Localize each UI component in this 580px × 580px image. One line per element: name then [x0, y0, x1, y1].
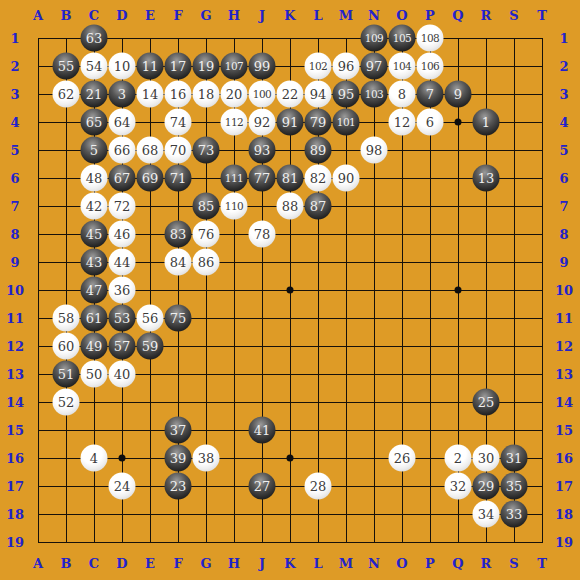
move-number: 50	[86, 368, 103, 381]
stone-white: 24	[109, 473, 136, 500]
stone-white: 12	[389, 109, 416, 136]
move-number: 12	[394, 116, 411, 129]
move-number: 96	[338, 60, 355, 73]
move-number: 47	[86, 284, 103, 297]
stone-white: 44	[109, 249, 136, 276]
stone-black: 5	[81, 137, 108, 164]
column-label-bottom: T	[537, 557, 547, 570]
row-label-left: 15	[6, 424, 24, 437]
move-number: 39	[170, 452, 187, 465]
stone-white: 50	[81, 361, 108, 388]
stone-white: 40	[109, 361, 136, 388]
move-number: 98	[366, 144, 383, 157]
move-number: 56	[142, 312, 159, 325]
move-number: 53	[114, 312, 131, 325]
stone-white: 90	[333, 165, 360, 192]
stone-black: 95	[333, 81, 360, 108]
move-number: 64	[114, 116, 131, 129]
move-number: 71	[170, 172, 187, 185]
row-label-right: 7	[559, 200, 568, 213]
row-label-right: 2	[559, 60, 568, 73]
move-number: 20	[226, 88, 243, 101]
row-label-right: 15	[555, 424, 573, 437]
stone-white: 84	[165, 249, 192, 276]
stone-black: 45	[81, 221, 108, 248]
move-number: 22	[282, 88, 299, 101]
row-label-left: 18	[6, 508, 24, 521]
stone-black: 111	[221, 165, 248, 192]
stone-black: 97	[361, 53, 388, 80]
stone-white: 18	[193, 81, 220, 108]
column-label-bottom: C	[89, 557, 99, 570]
stone-white: 74	[165, 109, 192, 136]
move-number: 85	[198, 200, 215, 213]
stone-black: 77	[249, 165, 276, 192]
stone-black: 39	[165, 445, 192, 472]
stone-white: 52	[53, 389, 80, 416]
stone-white: 60	[53, 333, 80, 360]
stone-white: 30	[473, 445, 500, 472]
column-label-top: K	[284, 9, 295, 22]
stone-black: 27	[249, 473, 276, 500]
column-label-bottom: J	[259, 557, 265, 570]
move-number: 44	[114, 256, 131, 269]
move-number: 79	[310, 116, 327, 129]
star-point	[287, 455, 294, 462]
stone-black: 53	[109, 305, 136, 332]
row-label-left: 6	[10, 172, 19, 185]
column-label-top: R	[481, 9, 492, 22]
row-label-left: 13	[6, 368, 24, 381]
move-number: 102	[309, 61, 328, 72]
move-number: 52	[58, 396, 75, 409]
move-number: 57	[114, 340, 131, 353]
stone-black: 89	[305, 137, 332, 164]
stone-white: 106	[417, 53, 444, 80]
move-number: 36	[114, 284, 131, 297]
move-number: 19	[198, 60, 215, 73]
stone-white: 42	[81, 193, 108, 220]
move-number: 77	[254, 172, 271, 185]
column-label-bottom: A	[33, 557, 43, 570]
stone-black: 109	[361, 25, 388, 52]
move-number: 100	[253, 89, 272, 100]
move-number: 13	[478, 172, 495, 185]
column-label-bottom: M	[339, 557, 353, 570]
move-number: 18	[198, 88, 215, 101]
move-number: 32	[450, 480, 467, 493]
column-label-top: M	[339, 9, 353, 22]
row-label-right: 18	[555, 508, 573, 521]
row-label-right: 17	[555, 480, 573, 493]
move-number: 112	[225, 117, 244, 128]
move-number: 60	[58, 340, 75, 353]
move-number: 34	[478, 508, 495, 521]
move-number: 73	[198, 144, 215, 157]
stone-black: 99	[249, 53, 276, 80]
stone-white: 34	[473, 501, 500, 528]
column-label-top: T	[537, 9, 547, 22]
move-number: 67	[114, 172, 131, 185]
stone-white: 96	[333, 53, 360, 80]
stone-white: 110	[221, 193, 248, 220]
move-number: 26	[394, 452, 411, 465]
row-label-right: 16	[555, 452, 573, 465]
stone-black: 83	[165, 221, 192, 248]
column-label-bottom: E	[145, 557, 155, 570]
column-label-top: N	[368, 9, 380, 22]
stone-black: 37	[165, 417, 192, 444]
move-number: 95	[338, 88, 355, 101]
move-number: 107	[225, 61, 244, 72]
stone-white: 6	[417, 109, 444, 136]
column-label-bottom: P	[425, 557, 435, 570]
row-label-left: 3	[10, 88, 19, 101]
row-label-right: 6	[559, 172, 568, 185]
move-number: 68	[142, 144, 159, 157]
stone-black: 73	[193, 137, 220, 164]
column-label-top: S	[509, 9, 518, 22]
move-number: 61	[86, 312, 103, 325]
stone-white: 108	[417, 25, 444, 52]
move-number: 55	[58, 60, 75, 73]
stone-white: 66	[109, 137, 136, 164]
stone-black: 103	[361, 81, 388, 108]
move-number: 49	[86, 340, 103, 353]
move-number: 75	[170, 312, 187, 325]
stone-white: 22	[277, 81, 304, 108]
column-label-top: B	[61, 9, 72, 22]
column-label-bottom: G	[200, 557, 211, 570]
stone-black: 13	[473, 165, 500, 192]
move-number: 9	[454, 88, 462, 101]
stone-white: 36	[109, 277, 136, 304]
stone-white: 48	[81, 165, 108, 192]
stone-white: 68	[137, 137, 164, 164]
stone-black: 61	[81, 305, 108, 332]
stone-white: 8	[389, 81, 416, 108]
row-label-right: 11	[555, 312, 573, 325]
move-number: 28	[310, 480, 327, 493]
move-number: 38	[198, 452, 215, 465]
column-label-top: J	[259, 9, 265, 22]
move-number: 97	[366, 60, 383, 73]
move-number: 104	[393, 61, 412, 72]
move-number: 5	[90, 144, 98, 157]
row-label-left: 14	[6, 396, 24, 409]
column-label-top: G	[200, 9, 211, 22]
move-number: 109	[365, 33, 384, 44]
row-label-right: 10	[555, 284, 573, 297]
stone-black: 33	[501, 501, 528, 528]
stone-white: 2	[445, 445, 472, 472]
star-point	[287, 287, 294, 294]
move-number: 69	[142, 172, 159, 185]
column-label-top: O	[396, 9, 407, 22]
row-label-left: 4	[10, 116, 19, 129]
move-number: 63	[86, 32, 103, 45]
stone-white: 78	[249, 221, 276, 248]
stone-black: 29	[473, 473, 500, 500]
stone-black: 43	[81, 249, 108, 276]
column-label-bottom: R	[481, 557, 492, 570]
stone-white: 72	[109, 193, 136, 220]
move-number: 91	[282, 116, 299, 129]
stone-white: 10	[109, 53, 136, 80]
row-label-right: 3	[559, 88, 568, 101]
column-label-bottom: L	[313, 557, 322, 570]
column-label-bottom: B	[61, 557, 72, 570]
row-label-left: 9	[10, 256, 19, 269]
stone-white: 100	[249, 81, 276, 108]
move-number: 8	[398, 88, 406, 101]
stone-white: 46	[109, 221, 136, 248]
move-number: 11	[142, 60, 159, 73]
move-number: 111	[225, 173, 244, 184]
move-number: 78	[254, 228, 271, 241]
move-number: 58	[58, 312, 75, 325]
move-number: 27	[254, 480, 271, 493]
column-label-top: P	[425, 9, 435, 22]
move-number: 4	[90, 452, 98, 465]
stone-white: 14	[137, 81, 164, 108]
column-label-bottom: N	[368, 557, 380, 570]
move-number: 81	[282, 172, 299, 185]
row-label-left: 19	[6, 536, 24, 549]
stone-black: 101	[333, 109, 360, 136]
row-label-left: 16	[6, 452, 24, 465]
stone-white: 98	[361, 137, 388, 164]
stone-black: 47	[81, 277, 108, 304]
column-label-bottom: S	[509, 557, 518, 570]
stone-black: 93	[249, 137, 276, 164]
move-number: 6	[426, 116, 434, 129]
column-label-top: H	[228, 9, 240, 22]
stone-white: 26	[389, 445, 416, 472]
stone-black: 7	[417, 81, 444, 108]
stone-white: 86	[193, 249, 220, 276]
column-label-top: F	[173, 9, 182, 22]
stone-black: 11	[137, 53, 164, 80]
move-number: 10	[114, 60, 131, 73]
move-number: 51	[58, 368, 75, 381]
stone-white: 64	[109, 109, 136, 136]
move-number: 43	[86, 256, 103, 269]
stone-black: 21	[81, 81, 108, 108]
row-label-right: 9	[559, 256, 568, 269]
move-number: 23	[170, 480, 187, 493]
stone-black: 105	[389, 25, 416, 52]
row-label-left: 12	[6, 340, 24, 353]
stone-white: 20	[221, 81, 248, 108]
move-number: 88	[282, 200, 299, 213]
stone-black: 81	[277, 165, 304, 192]
move-number: 84	[170, 256, 187, 269]
move-number: 90	[338, 172, 355, 185]
move-number: 101	[337, 117, 356, 128]
stone-black: 85	[193, 193, 220, 220]
row-label-left: 7	[10, 200, 19, 213]
stone-white: 112	[221, 109, 248, 136]
stone-white: 104	[389, 53, 416, 80]
stone-white: 76	[193, 221, 220, 248]
stone-black: 35	[501, 473, 528, 500]
move-number: 74	[170, 116, 187, 129]
move-number: 76	[198, 228, 215, 241]
column-label-bottom: D	[116, 557, 127, 570]
stone-white: 94	[305, 81, 332, 108]
move-number: 1	[482, 116, 490, 129]
move-number: 62	[58, 88, 75, 101]
move-number: 31	[506, 452, 523, 465]
stone-black: 79	[305, 109, 332, 136]
move-number: 89	[310, 144, 327, 157]
move-number: 103	[365, 89, 384, 100]
row-label-right: 8	[559, 228, 568, 241]
stone-black: 87	[305, 193, 332, 220]
move-number: 14	[142, 88, 159, 101]
move-number: 48	[86, 172, 103, 185]
move-number: 33	[506, 508, 523, 521]
stone-white: 28	[305, 473, 332, 500]
row-label-left: 17	[6, 480, 24, 493]
column-label-top: C	[89, 9, 99, 22]
stone-white: 54	[81, 53, 108, 80]
column-label-top: E	[145, 9, 155, 22]
row-label-right: 4	[559, 116, 568, 129]
stone-white: 56	[137, 305, 164, 332]
stone-white: 32	[445, 473, 472, 500]
move-number: 94	[310, 88, 327, 101]
column-label-top: L	[313, 9, 322, 22]
stone-white: 88	[277, 193, 304, 220]
star-point	[455, 287, 462, 294]
move-number: 35	[506, 480, 523, 493]
stone-black: 67	[109, 165, 136, 192]
move-number: 66	[114, 144, 131, 157]
stone-black: 75	[165, 305, 192, 332]
stone-black: 51	[53, 361, 80, 388]
column-label-bottom: O	[396, 557, 407, 570]
move-number: 25	[478, 396, 495, 409]
star-point	[455, 119, 462, 126]
move-number: 59	[142, 340, 159, 353]
row-label-left: 2	[10, 60, 19, 73]
move-number: 7	[426, 88, 434, 101]
move-number: 37	[170, 424, 187, 437]
move-number: 87	[310, 200, 327, 213]
stone-black: 49	[81, 333, 108, 360]
stone-black: 31	[501, 445, 528, 472]
row-label-left: 11	[6, 312, 24, 325]
row-label-right: 1	[559, 32, 568, 45]
row-label-right: 12	[555, 340, 573, 353]
stone-black: 69	[137, 165, 164, 192]
move-number: 16	[170, 88, 187, 101]
move-number: 105	[393, 33, 412, 44]
column-label-top: A	[33, 9, 43, 22]
move-number: 41	[254, 424, 271, 437]
move-number: 70	[170, 144, 187, 157]
column-label-bottom: F	[173, 557, 182, 570]
stone-black: 59	[137, 333, 164, 360]
stone-white: 82	[305, 165, 332, 192]
move-number: 106	[421, 61, 440, 72]
stone-white: 92	[249, 109, 276, 136]
move-number: 40	[114, 368, 131, 381]
move-number: 65	[86, 116, 103, 129]
row-label-left: 5	[10, 144, 19, 157]
go-board[interactable]: AABBCCDDEEFFGGHHJJKKLLMMNNOOPPQQRRSSTT11…	[0, 0, 580, 580]
move-number: 46	[114, 228, 131, 241]
move-number: 110	[225, 201, 244, 212]
stone-black: 17	[165, 53, 192, 80]
move-number: 93	[254, 144, 271, 157]
stone-white: 62	[53, 81, 80, 108]
move-number: 99	[254, 60, 271, 73]
stone-black: 1	[473, 109, 500, 136]
move-number: 2	[454, 452, 462, 465]
star-point	[119, 455, 126, 462]
stone-white: 70	[165, 137, 192, 164]
move-number: 17	[170, 60, 187, 73]
stone-black: 3	[109, 81, 136, 108]
move-number: 82	[310, 172, 327, 185]
stone-black: 19	[193, 53, 220, 80]
stone-white: 4	[81, 445, 108, 472]
stone-black: 55	[53, 53, 80, 80]
stone-white: 58	[53, 305, 80, 332]
stone-white: 16	[165, 81, 192, 108]
stone-black: 71	[165, 165, 192, 192]
move-number: 83	[170, 228, 187, 241]
move-number: 30	[478, 452, 495, 465]
stone-white: 38	[193, 445, 220, 472]
stone-black: 91	[277, 109, 304, 136]
move-number: 72	[114, 200, 131, 213]
move-number: 45	[86, 228, 103, 241]
move-number: 21	[86, 88, 103, 101]
column-label-bottom: H	[228, 557, 240, 570]
stone-black: 23	[165, 473, 192, 500]
move-number: 54	[86, 60, 103, 73]
row-label-right: 19	[555, 536, 573, 549]
stone-black: 41	[249, 417, 276, 444]
move-number: 92	[254, 116, 271, 129]
stone-black: 107	[221, 53, 248, 80]
move-number: 108	[421, 33, 440, 44]
column-label-top: Q	[452, 9, 463, 22]
row-label-right: 5	[559, 144, 568, 157]
row-label-right: 13	[555, 368, 573, 381]
column-label-bottom: Q	[452, 557, 463, 570]
stone-white: 102	[305, 53, 332, 80]
stone-black: 65	[81, 109, 108, 136]
column-label-top: D	[116, 9, 127, 22]
stone-black: 63	[81, 25, 108, 52]
column-label-bottom: K	[284, 557, 295, 570]
row-label-right: 14	[555, 396, 573, 409]
move-number: 42	[86, 200, 103, 213]
move-number: 29	[478, 480, 495, 493]
row-label-left: 8	[10, 228, 19, 241]
stone-black: 9	[445, 81, 472, 108]
move-number: 86	[198, 256, 215, 269]
row-label-left: 10	[6, 284, 24, 297]
stone-black: 25	[473, 389, 500, 416]
row-label-left: 1	[10, 32, 19, 45]
stone-black: 57	[109, 333, 136, 360]
